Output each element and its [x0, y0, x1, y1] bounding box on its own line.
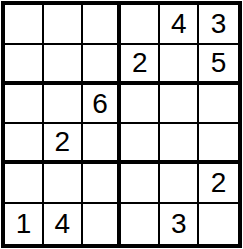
cell-r2c1[interactable] — [5, 45, 44, 85]
cell-r3c3[interactable]: 6 — [83, 85, 122, 125]
cell-r2c4[interactable]: 2 — [121, 45, 160, 85]
cell-r4c4[interactable] — [121, 124, 160, 164]
cell-r2c2[interactable] — [44, 45, 83, 85]
cell-r4c5[interactable] — [160, 124, 199, 164]
cell-r5c2[interactable] — [44, 164, 83, 204]
cell-r6c3[interactable] — [83, 204, 122, 244]
cell-r1c2[interactable] — [44, 5, 83, 45]
cell-r2c6[interactable]: 5 — [199, 45, 238, 85]
cell-r4c6[interactable] — [199, 124, 238, 164]
sudoku-board: 4325622143 — [1, 1, 242, 248]
cell-r5c5[interactable] — [160, 164, 199, 204]
cell-r2c3[interactable] — [83, 45, 122, 85]
cell-r5c1[interactable] — [5, 164, 44, 204]
cell-r2c5[interactable] — [160, 45, 199, 85]
cell-r3c6[interactable] — [199, 85, 238, 125]
cell-r1c6[interactable]: 3 — [199, 5, 238, 45]
cell-r6c4[interactable] — [121, 204, 160, 244]
cell-r1c4[interactable] — [121, 5, 160, 45]
cell-r3c2[interactable] — [44, 85, 83, 125]
cell-r3c1[interactable] — [5, 85, 44, 125]
cell-r3c4[interactable] — [121, 85, 160, 125]
cell-r1c1[interactable] — [5, 5, 44, 45]
cell-r4c1[interactable] — [5, 124, 44, 164]
cell-r6c2[interactable]: 4 — [44, 204, 83, 244]
cell-r1c3[interactable] — [83, 5, 122, 45]
cell-r4c2[interactable]: 2 — [44, 124, 83, 164]
cell-r5c6[interactable]: 2 — [199, 164, 238, 204]
cell-r1c5[interactable]: 4 — [160, 5, 199, 45]
cell-r4c3[interactable] — [83, 124, 122, 164]
cell-r5c3[interactable] — [83, 164, 122, 204]
cell-r5c4[interactable] — [121, 164, 160, 204]
cell-r3c5[interactable] — [160, 85, 199, 125]
cell-r6c5[interactable]: 3 — [160, 204, 199, 244]
cell-r6c6[interactable] — [199, 204, 238, 244]
cell-r6c1[interactable]: 1 — [5, 204, 44, 244]
